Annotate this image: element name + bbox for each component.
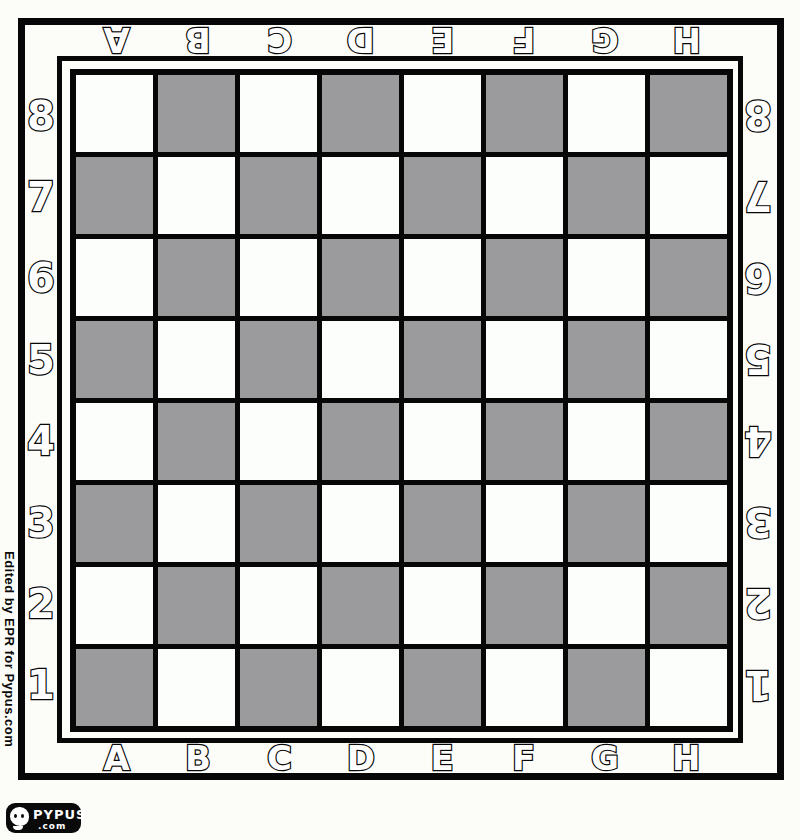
rank-label-left-4: 4 bbox=[26, 401, 56, 482]
square-h4[interactable] bbox=[650, 403, 727, 480]
square-h2[interactable] bbox=[650, 567, 727, 644]
square-g1[interactable] bbox=[568, 649, 645, 726]
square-g4[interactable] bbox=[568, 403, 645, 480]
file-label-top-f: F bbox=[483, 22, 564, 58]
file-label-bottom-a: A bbox=[76, 740, 157, 776]
rank-label-left-6: 6 bbox=[26, 238, 56, 319]
square-a4[interactable] bbox=[76, 403, 153, 480]
square-a2[interactable] bbox=[76, 567, 153, 644]
square-f4[interactable] bbox=[486, 403, 563, 480]
square-g6[interactable] bbox=[568, 239, 645, 316]
square-f2[interactable] bbox=[486, 567, 563, 644]
square-f7[interactable] bbox=[486, 157, 563, 234]
file-label-top-a: A bbox=[76, 22, 157, 58]
rank-label-right-7: 7 bbox=[743, 156, 773, 237]
square-f1[interactable] bbox=[486, 649, 563, 726]
chess-board bbox=[70, 69, 733, 732]
rank-label-left-1: 1 bbox=[26, 645, 56, 726]
file-label-top-d: D bbox=[320, 22, 401, 58]
square-a3[interactable] bbox=[76, 485, 153, 562]
rank-label-right-1: 1 bbox=[743, 645, 773, 726]
square-f8[interactable] bbox=[486, 75, 563, 152]
logo-tld: .com bbox=[38, 821, 66, 831]
square-c4[interactable] bbox=[240, 403, 317, 480]
square-e3[interactable] bbox=[404, 485, 481, 562]
square-b3[interactable] bbox=[158, 485, 235, 562]
square-e2[interactable] bbox=[404, 567, 481, 644]
square-e1[interactable] bbox=[404, 649, 481, 726]
rank-label-left-2: 2 bbox=[26, 563, 56, 644]
square-a6[interactable] bbox=[76, 239, 153, 316]
square-b5[interactable] bbox=[158, 321, 235, 398]
file-label-top-g: G bbox=[564, 22, 645, 58]
coloring-page: Edited by EPR for Pypus.com ABCDEFGH ABC… bbox=[0, 0, 800, 840]
square-f5[interactable] bbox=[486, 321, 563, 398]
file-label-top-h: H bbox=[646, 22, 727, 58]
square-e5[interactable] bbox=[404, 321, 481, 398]
credit-text: Edited by EPR for Pypus.com bbox=[2, 551, 17, 747]
square-a5[interactable] bbox=[76, 321, 153, 398]
square-c5[interactable] bbox=[240, 321, 317, 398]
square-e7[interactable] bbox=[404, 157, 481, 234]
right-eye-icon bbox=[21, 814, 24, 818]
square-e4[interactable] bbox=[404, 403, 481, 480]
square-f3[interactable] bbox=[486, 485, 563, 562]
rank-label-left-3: 3 bbox=[26, 482, 56, 563]
square-d4[interactable] bbox=[322, 403, 399, 480]
square-d5[interactable] bbox=[322, 321, 399, 398]
square-h7[interactable] bbox=[650, 157, 727, 234]
square-h5[interactable] bbox=[650, 321, 727, 398]
square-d2[interactable] bbox=[322, 567, 399, 644]
square-g3[interactable] bbox=[568, 485, 645, 562]
pypus-logo[interactable]: PYPUS .com bbox=[6, 803, 81, 833]
square-b7[interactable] bbox=[158, 157, 235, 234]
square-c7[interactable] bbox=[240, 157, 317, 234]
square-b8[interactable] bbox=[158, 75, 235, 152]
square-d3[interactable] bbox=[322, 485, 399, 562]
square-g5[interactable] bbox=[568, 321, 645, 398]
square-d1[interactable] bbox=[322, 649, 399, 726]
square-b1[interactable] bbox=[158, 649, 235, 726]
square-c1[interactable] bbox=[240, 649, 317, 726]
file-labels-bottom: ABCDEFGH bbox=[76, 740, 727, 776]
platypus-body-icon bbox=[13, 826, 23, 830]
file-label-bottom-d: D bbox=[320, 740, 401, 776]
rank-labels-right: 87654321 bbox=[743, 75, 773, 726]
square-d6[interactable] bbox=[322, 239, 399, 316]
rank-label-left-8: 8 bbox=[26, 75, 56, 156]
square-a7[interactable] bbox=[76, 157, 153, 234]
logo-name: PYPUS bbox=[33, 807, 86, 822]
left-eye-icon bbox=[14, 814, 17, 818]
square-b4[interactable] bbox=[158, 403, 235, 480]
file-labels-top: ABCDEFGH bbox=[76, 22, 727, 58]
file-label-top-e: E bbox=[402, 22, 483, 58]
square-c2[interactable] bbox=[240, 567, 317, 644]
square-b6[interactable] bbox=[158, 239, 235, 316]
file-label-bottom-b: B bbox=[157, 740, 238, 776]
square-h6[interactable] bbox=[650, 239, 727, 316]
square-c6[interactable] bbox=[240, 239, 317, 316]
square-a8[interactable] bbox=[76, 75, 153, 152]
rank-label-right-4: 4 bbox=[743, 401, 773, 482]
rank-label-right-2: 2 bbox=[743, 563, 773, 644]
square-g7[interactable] bbox=[568, 157, 645, 234]
square-f6[interactable] bbox=[486, 239, 563, 316]
square-h1[interactable] bbox=[650, 649, 727, 726]
square-d7[interactable] bbox=[322, 157, 399, 234]
square-g8[interactable] bbox=[568, 75, 645, 152]
square-c8[interactable] bbox=[240, 75, 317, 152]
file-label-bottom-f: F bbox=[483, 740, 564, 776]
rank-labels-left: 87654321 bbox=[26, 75, 56, 726]
square-d8[interactable] bbox=[322, 75, 399, 152]
rank-label-left-7: 7 bbox=[26, 156, 56, 237]
rank-label-right-3: 3 bbox=[743, 482, 773, 563]
platypus-face-icon bbox=[10, 807, 29, 826]
file-label-top-b: B bbox=[157, 22, 238, 58]
rank-label-right-5: 5 bbox=[743, 319, 773, 400]
file-label-bottom-c: C bbox=[239, 740, 320, 776]
file-label-top-c: C bbox=[239, 22, 320, 58]
rank-label-right-8: 8 bbox=[743, 75, 773, 156]
square-g2[interactable] bbox=[568, 567, 645, 644]
rank-label-left-5: 5 bbox=[26, 319, 56, 400]
rank-label-right-6: 6 bbox=[743, 238, 773, 319]
square-h3[interactable] bbox=[650, 485, 727, 562]
file-label-bottom-h: H bbox=[646, 740, 727, 776]
square-b2[interactable] bbox=[158, 567, 235, 644]
square-a1[interactable] bbox=[76, 649, 153, 726]
file-label-bottom-e: E bbox=[402, 740, 483, 776]
square-e8[interactable] bbox=[404, 75, 481, 152]
square-h8[interactable] bbox=[650, 75, 727, 152]
file-label-bottom-g: G bbox=[564, 740, 645, 776]
square-c3[interactable] bbox=[240, 485, 317, 562]
square-e6[interactable] bbox=[404, 239, 481, 316]
